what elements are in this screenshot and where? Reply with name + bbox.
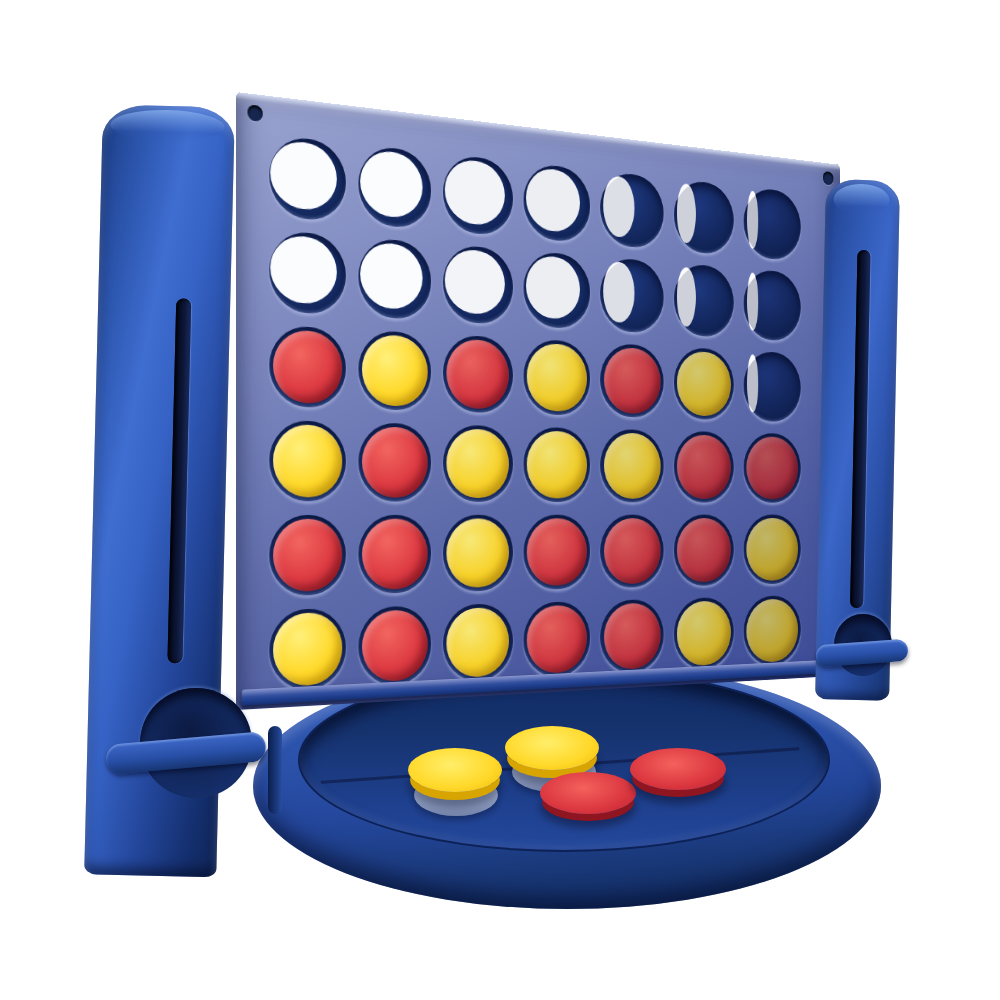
- board-cell-r5c1[interactable]: [263, 508, 353, 603]
- empty-hole-showthrough: [271, 139, 337, 213]
- pivot-hole-right: [823, 171, 834, 186]
- hole: [674, 263, 734, 339]
- tray-red-disc[interactable]: [540, 772, 636, 814]
- board-cell-r2c4[interactable]: [518, 244, 595, 337]
- board-cell-r3c2[interactable]: [352, 323, 437, 418]
- hole: [443, 603, 513, 683]
- board-cell-r1c2[interactable]: [352, 137, 437, 237]
- yellow-disc: [746, 598, 798, 663]
- red-disc: [362, 518, 428, 590]
- empty-hole-showthrough: [747, 354, 759, 413]
- yellow-disc: [677, 600, 731, 667]
- board-cell-r2c2[interactable]: [352, 230, 437, 328]
- hole: [269, 134, 346, 222]
- hole: [358, 144, 431, 230]
- yellow-disc: [273, 424, 342, 498]
- board-cell-r4c3[interactable]: [437, 418, 518, 509]
- tray-red-disc[interactable]: [630, 748, 726, 790]
- empty-hole-showthrough: [360, 241, 423, 311]
- board-cell-r1c1[interactable]: [263, 127, 353, 230]
- hole: [443, 153, 513, 237]
- red-disc: [362, 609, 428, 683]
- board-panel: [236, 92, 840, 710]
- red-disc: [604, 518, 661, 585]
- board-cell-r4c7[interactable]: [739, 426, 806, 508]
- hole: [600, 171, 663, 250]
- left-handle-slot: [167, 298, 191, 663]
- empty-hole-showthrough: [271, 234, 337, 306]
- hole: [743, 186, 801, 261]
- board-cell-r4c5[interactable]: [595, 422, 668, 508]
- hole: [743, 432, 801, 503]
- board-cell-r3c5[interactable]: [595, 336, 668, 424]
- right-handle-slot: [850, 250, 870, 608]
- hole: [600, 428, 663, 502]
- hole: [443, 334, 513, 414]
- tray-yellow-disc[interactable]: [408, 748, 502, 792]
- board-cell-r3c4[interactable]: [518, 332, 595, 422]
- hole: [443, 244, 513, 326]
- empty-hole-showthrough: [526, 254, 580, 320]
- hole: [358, 237, 431, 321]
- hole: [269, 515, 346, 597]
- hole: [600, 343, 663, 419]
- board-cell-r5c4[interactable]: [518, 508, 595, 596]
- board-cell-r1c3[interactable]: [437, 146, 518, 243]
- empty-hole-showthrough: [677, 266, 696, 327]
- hole: [358, 605, 431, 687]
- red-disc: [604, 602, 661, 670]
- yellow-disc: [527, 430, 587, 498]
- yellow-disc: [527, 342, 587, 412]
- hole: [524, 601, 590, 679]
- board-cell-r2c3[interactable]: [437, 237, 518, 332]
- yellow-disc: [362, 334, 428, 408]
- empty-hole-showthrough: [526, 166, 580, 234]
- hole: [358, 515, 431, 595]
- empty-hole-showthrough: [747, 272, 759, 331]
- board-cell-r5c6[interactable]: [669, 509, 739, 593]
- board-cell-r6c7[interactable]: [739, 589, 806, 673]
- red-disc: [362, 426, 428, 498]
- yellow-disc: [447, 428, 510, 498]
- hole: [674, 430, 734, 502]
- hole: [600, 514, 663, 588]
- board-cell-r3c7[interactable]: [739, 344, 806, 428]
- hole: [443, 515, 513, 593]
- hole: [524, 250, 590, 330]
- tray-yellow-disc[interactable]: [505, 726, 599, 770]
- board-cell-r4c6[interactable]: [669, 424, 739, 508]
- board-cell-r6c6[interactable]: [669, 591, 739, 677]
- red-disc: [746, 436, 798, 500]
- hole: [674, 597, 734, 671]
- red-disc: [604, 346, 661, 414]
- empty-hole-showthrough: [747, 190, 759, 250]
- red-disc: [677, 434, 731, 499]
- red-disc: [527, 518, 587, 586]
- board-cell-r2c7[interactable]: [739, 262, 806, 348]
- red-disc: [677, 518, 731, 583]
- pivot-hole-left: [247, 104, 262, 122]
- hole: [743, 268, 801, 342]
- board-cell-r3c3[interactable]: [437, 327, 518, 420]
- hole: [524, 162, 590, 243]
- red-disc: [447, 338, 510, 410]
- yellow-disc: [677, 350, 731, 417]
- board-cell-r2c5[interactable]: [595, 250, 668, 340]
- hole: [358, 422, 431, 502]
- hole: [443, 424, 513, 502]
- board-cell-r6c5[interactable]: [595, 593, 668, 681]
- scene: [0, 0, 1000, 1000]
- hole: [674, 179, 734, 256]
- yellow-disc: [273, 612, 342, 688]
- board-cell-r2c1[interactable]: [263, 222, 353, 322]
- empty-hole-showthrough: [445, 248, 505, 316]
- board-cell-r1c5[interactable]: [595, 164, 668, 256]
- right-handle-cap: [833, 183, 890, 216]
- hole: [524, 426, 590, 502]
- red-disc: [527, 605, 587, 675]
- board-grid: [263, 127, 806, 699]
- board-cell-r4c1[interactable]: [263, 413, 353, 508]
- board-cell-r5c7[interactable]: [739, 509, 806, 591]
- board-cell-r5c5[interactable]: [595, 508, 668, 594]
- hole: [524, 514, 590, 590]
- board-cell-r5c2[interactable]: [352, 508, 437, 601]
- board-cell-r4c4[interactable]: [518, 420, 595, 508]
- empty-hole-showthrough: [677, 183, 696, 245]
- hole: [269, 229, 346, 315]
- board-cell-r3c6[interactable]: [669, 340, 739, 426]
- yellow-disc: [746, 518, 798, 582]
- hole: [674, 346, 734, 420]
- empty-hole-showthrough: [603, 260, 635, 323]
- empty-hole-showthrough: [445, 157, 505, 227]
- hole: [269, 325, 346, 409]
- empty-hole-showthrough: [360, 148, 423, 220]
- red-disc: [273, 519, 342, 593]
- hole: [743, 514, 801, 585]
- hole: [600, 599, 663, 675]
- tray-hinge-seam: [268, 726, 282, 814]
- board-cell-r1c4[interactable]: [518, 155, 595, 250]
- board-cell-r3c1[interactable]: [263, 318, 353, 416]
- yellow-disc: [604, 432, 661, 499]
- board-cell-r1c7[interactable]: [739, 180, 806, 268]
- hole: [524, 338, 590, 416]
- yellow-disc: [447, 607, 510, 679]
- hole: [269, 420, 346, 502]
- empty-hole-showthrough: [603, 175, 635, 239]
- yellow-disc: [447, 518, 510, 588]
- red-disc: [273, 329, 342, 405]
- hole: [674, 514, 734, 586]
- hole: [600, 257, 663, 335]
- board-cell-r2c6[interactable]: [669, 256, 739, 344]
- hole: [358, 329, 431, 411]
- board-cell-r4c2[interactable]: [352, 415, 437, 508]
- hole: [743, 595, 801, 667]
- left-handle-cap: [110, 109, 225, 144]
- board-cell-r5c3[interactable]: [437, 508, 518, 598]
- hole: [269, 608, 346, 692]
- hole: [743, 350, 801, 422]
- board-cell-r1c6[interactable]: [669, 172, 739, 262]
